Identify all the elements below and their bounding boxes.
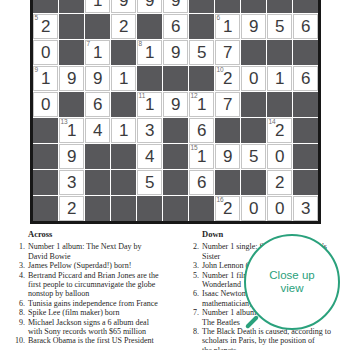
cell-r2c10[interactable]: 5 [267,14,292,39]
clue-list-text: Barack Obama is the first US President [28,336,182,345]
cell-digit: 1 [197,96,206,113]
across-clue-10: 10.Barack Obama is the first US Presiden… [10,336,182,345]
cell-digit: 0 [249,200,258,217]
cell-digit: 6 [93,96,102,113]
cell-r8c6 [163,170,188,195]
cell-r9c2[interactable]: 2 [59,196,84,221]
cell-digit: 5 [249,148,258,165]
cell-r3c2 [59,40,84,65]
cell-r9c10[interactable]: 0 [267,196,292,221]
cell-r6c8 [215,118,240,143]
clue-list-text: Spike Lee (film maker) born [28,308,182,317]
cell-r7c7[interactable]: 151 [189,144,214,169]
clue-list-number: 7. [184,308,202,327]
cell-digit: 4 [145,148,154,165]
cell-digit: 9 [171,0,180,9]
cell-r5c9 [241,92,266,117]
cell-digit: 1 [119,122,128,139]
cell-r8c8 [215,170,240,195]
cell-r9c11[interactable]: 3 [293,196,318,221]
clue-number-13: 13 [61,118,68,125]
puzzle-screenshot: 1999522661956071819579199110201606111912… [0,0,350,350]
cell-r6c7[interactable]: 6 [189,118,214,143]
cell-r7c9[interactable]: 5 [241,144,266,169]
cell-r1c4[interactable]: 9 [111,0,136,13]
across-clues-column: Across 1.Number 1 album: The Next Day by… [10,230,182,346]
clue-list-number: 9. [10,318,28,337]
cell-r9c4 [111,196,136,221]
clue-list-number: 6. [184,289,202,308]
cell-digit: 9 [223,148,232,165]
cell-digit: 0 [275,200,284,217]
down-clue-8: 8.The Black Death is caused, according t… [184,327,350,350]
cell-r7c8[interactable]: 9 [215,144,240,169]
cell-r8c4 [111,170,136,195]
cell-r3c3[interactable]: 71 [85,40,110,65]
cell-r3c6[interactable]: 9 [163,40,188,65]
close-up-view-badge: Close up view [244,234,340,330]
cell-digit: 0 [41,96,50,113]
cell-r6c3[interactable]: 4 [85,118,110,143]
crossnumber-grid: 1999522661956071819579199110201606111912… [30,0,321,224]
cell-r9c9[interactable]: 0 [241,196,266,221]
cell-digit: 3 [67,174,76,191]
cell-r2c4[interactable]: 2 [111,14,136,39]
across-clue-list: 1.Number 1 album: The Next Day byDavid B… [10,242,182,345]
cell-r1c7 [189,0,214,13]
clue-list-text: James Pellow (Superdad!) born! [28,261,182,270]
cell-r2c11[interactable]: 6 [293,14,318,39]
cell-r5c11 [293,92,318,117]
cell-r3c7[interactable]: 5 [189,40,214,65]
clue-list-text: Tunisia gains independence from France [28,299,182,308]
cell-r6c5[interactable]: 3 [137,118,162,143]
cell-digit: 6 [301,18,310,35]
cell-r8c3 [85,170,110,195]
cell-r6c4[interactable]: 1 [111,118,136,143]
clue-list-number: 1. [10,242,28,261]
cell-r5c7[interactable]: 121 [189,92,214,117]
cell-digit: 5 [197,44,206,61]
clue-number-16: 16 [217,196,224,203]
cell-r2c6[interactable]: 6 [163,14,188,39]
cell-digit: 2 [275,122,284,139]
cell-digit: 1 [119,70,128,87]
cell-r5c10 [267,92,292,117]
cell-digit: 0 [249,70,258,87]
cell-digit: 9 [171,44,180,61]
cell-digit: 9 [93,70,102,87]
cell-r5c4 [111,92,136,117]
cell-r4c3[interactable]: 9 [85,66,110,91]
across-clue-4: 4.Bertrand Piccard and Brian Jones are t… [10,271,182,299]
cell-r9c5 [137,196,162,221]
cell-r4c9[interactable]: 0 [241,66,266,91]
clue-number-11: 11 [139,92,146,99]
cell-digit: 6 [197,174,206,191]
cell-digit: 2 [275,174,284,191]
cell-r3c1[interactable]: 0 [33,40,58,65]
cell-r4c6 [163,66,188,91]
cell-r1c1 [33,0,58,13]
cell-r6c9 [241,118,266,143]
cell-r1c2 [59,0,84,13]
cell-digit: 9 [67,148,76,165]
clue-list-text: Number 1 album: The Next Day byDavid Bow… [28,242,182,261]
cell-r5c3[interactable]: 6 [85,92,110,117]
cell-r2c8[interactable]: 61 [215,14,240,39]
cell-r7c11 [293,144,318,169]
cell-r4c5 [137,66,162,91]
cell-digit: 7 [223,96,232,113]
clue-number-8: 8 [139,40,143,47]
clue-list-number: 8. [184,327,202,350]
clue-list-number: 3. [10,261,28,270]
cell-r2c3 [85,14,110,39]
cell-digit: 2 [223,200,232,217]
cell-digit: 1 [67,122,76,139]
cell-r8c7[interactable]: 6 [189,170,214,195]
cell-digit: 6 [301,70,310,87]
clue-list-text: The Black Death is caused, according tos… [202,327,350,350]
clue-list-number: 3. [184,261,202,270]
clue-list-text: Bertrand Piccard and Brian Jones are the… [28,271,182,299]
clue-list-number: 8. [10,308,28,317]
cell-r7c2[interactable]: 9 [59,144,84,169]
close-up-view-label: Close up view [269,269,314,296]
cell-digit: 0 [275,148,284,165]
cell-r2c9[interactable]: 9 [241,14,266,39]
across-clue-8: 8.Spike Lee (film maker) born [10,308,182,317]
cell-r1c8 [215,0,240,13]
cell-r5c1[interactable]: 0 [33,92,58,117]
cell-r9c1 [33,196,58,221]
cell-r9c3 [85,196,110,221]
cell-digit: 6 [171,18,180,35]
clue-list-number: 6. [10,299,28,308]
cell-r5c2 [59,92,84,117]
cell-r7c6 [163,144,188,169]
cell-r1c11 [293,0,318,13]
cell-r6c6 [163,118,188,143]
cell-digit: 1 [41,70,50,87]
clue-list-number: 2. [184,242,202,261]
clue-number-6: 6 [217,14,221,21]
cell-digit: 2 [67,200,76,217]
cell-r9c8[interactable]: 162 [215,196,240,221]
cell-r8c2[interactable]: 3 [59,170,84,195]
clue-list-number: 10. [10,336,28,345]
cell-digit: 5 [275,18,284,35]
cell-r1c5[interactable]: 9 [137,0,162,13]
cell-digit: 5 [145,174,154,191]
cell-r4c1[interactable]: 91 [33,66,58,91]
cell-r2c2 [59,14,84,39]
cell-digit: 2 [119,18,128,35]
across-heading: Across [28,230,182,239]
cell-r5c6[interactable]: 9 [163,92,188,117]
across-clue-9: 9.Michael Jackson signs a 6 album dealwi… [10,318,182,337]
cell-r9c7 [189,196,214,221]
cell-r3c5[interactable]: 81 [137,40,162,65]
cell-digit: 0 [41,44,50,61]
cell-digit: 2 [41,18,50,35]
cell-digit: 6 [197,122,206,139]
clue-number-15: 15 [191,144,198,151]
clue-number-5: 5 [35,14,39,21]
clue-list-text: Michael Jackson signs a 6 album dealwith… [28,318,182,337]
across-clue-6: 6.Tunisia gains independence from France [10,299,182,308]
across-clue-1: 1.Number 1 album: The Next Day byDavid B… [10,242,182,261]
cell-r8c11 [293,170,318,195]
cell-r2c1[interactable]: 52 [33,14,58,39]
cell-digit: 4 [93,122,102,139]
cell-r1c6[interactable]: 9 [163,0,188,13]
cell-r8c9 [241,170,266,195]
cell-digit: 9 [171,96,180,113]
cell-r3c10 [267,40,292,65]
cell-digit: 7 [223,44,232,61]
cell-r3c8[interactable]: 7 [215,40,240,65]
cell-r3c4 [111,40,136,65]
cell-r2c5 [137,14,162,39]
cell-digit: 2 [223,70,232,87]
cell-r7c5[interactable]: 4 [137,144,162,169]
cell-digit: 1 [275,70,284,87]
clue-list-number: 5. [184,271,202,290]
cell-r7c4 [111,144,136,169]
cell-digit: 1 [223,18,232,35]
cell-r4c8[interactable]: 102 [215,66,240,91]
clue-number-7: 7 [87,40,91,47]
clue-number-9: 9 [35,66,39,73]
cell-r2c7 [189,14,214,39]
cell-r4c11[interactable]: 6 [293,66,318,91]
cell-r4c10[interactable]: 1 [267,66,292,91]
clue-number-10: 10 [217,66,224,73]
cell-digit: 9 [67,70,76,87]
cell-r3c11 [293,40,318,65]
cell-r6c1 [33,118,58,143]
clue-number-12: 12 [191,92,198,99]
cell-r6c11 [293,118,318,143]
cell-r8c1 [33,170,58,195]
cell-r8c10[interactable]: 2 [267,170,292,195]
cell-r7c1 [33,144,58,169]
cell-digit: 3 [145,122,154,139]
cell-r6c2[interactable]: 131 [59,118,84,143]
cell-digit: 1 [145,44,154,61]
clue-number-14: 14 [269,118,276,125]
cell-digit: 9 [249,18,258,35]
cell-r5c5[interactable]: 111 [137,92,162,117]
cell-r6c10[interactable]: 142 [267,118,292,143]
cell-r4c7 [189,66,214,91]
across-clue-3: 3.James Pellow (Superdad!) born! [10,261,182,270]
cell-r1c3[interactable]: 1 [85,0,110,13]
cell-r7c3 [85,144,110,169]
cell-r5c8[interactable]: 7 [215,92,240,117]
cell-digit: 1 [145,96,154,113]
cell-r4c4[interactable]: 1 [111,66,136,91]
cell-digit: 9 [119,0,128,9]
cell-r8c5[interactable]: 5 [137,170,162,195]
cell-r7c10[interactable]: 0 [267,144,292,169]
cell-r4c2[interactable]: 9 [59,66,84,91]
cell-digit: 9 [145,0,154,9]
cell-r3c9 [241,40,266,65]
cell-digit: 1 [197,148,206,165]
cell-r9c6 [163,196,188,221]
cell-digit: 1 [93,44,102,61]
cell-digit: 3 [301,200,310,217]
cell-digit: 1 [93,0,102,9]
clue-list-number: 4. [10,271,28,299]
cell-r1c9 [241,0,266,13]
cell-r1c10 [267,0,292,13]
